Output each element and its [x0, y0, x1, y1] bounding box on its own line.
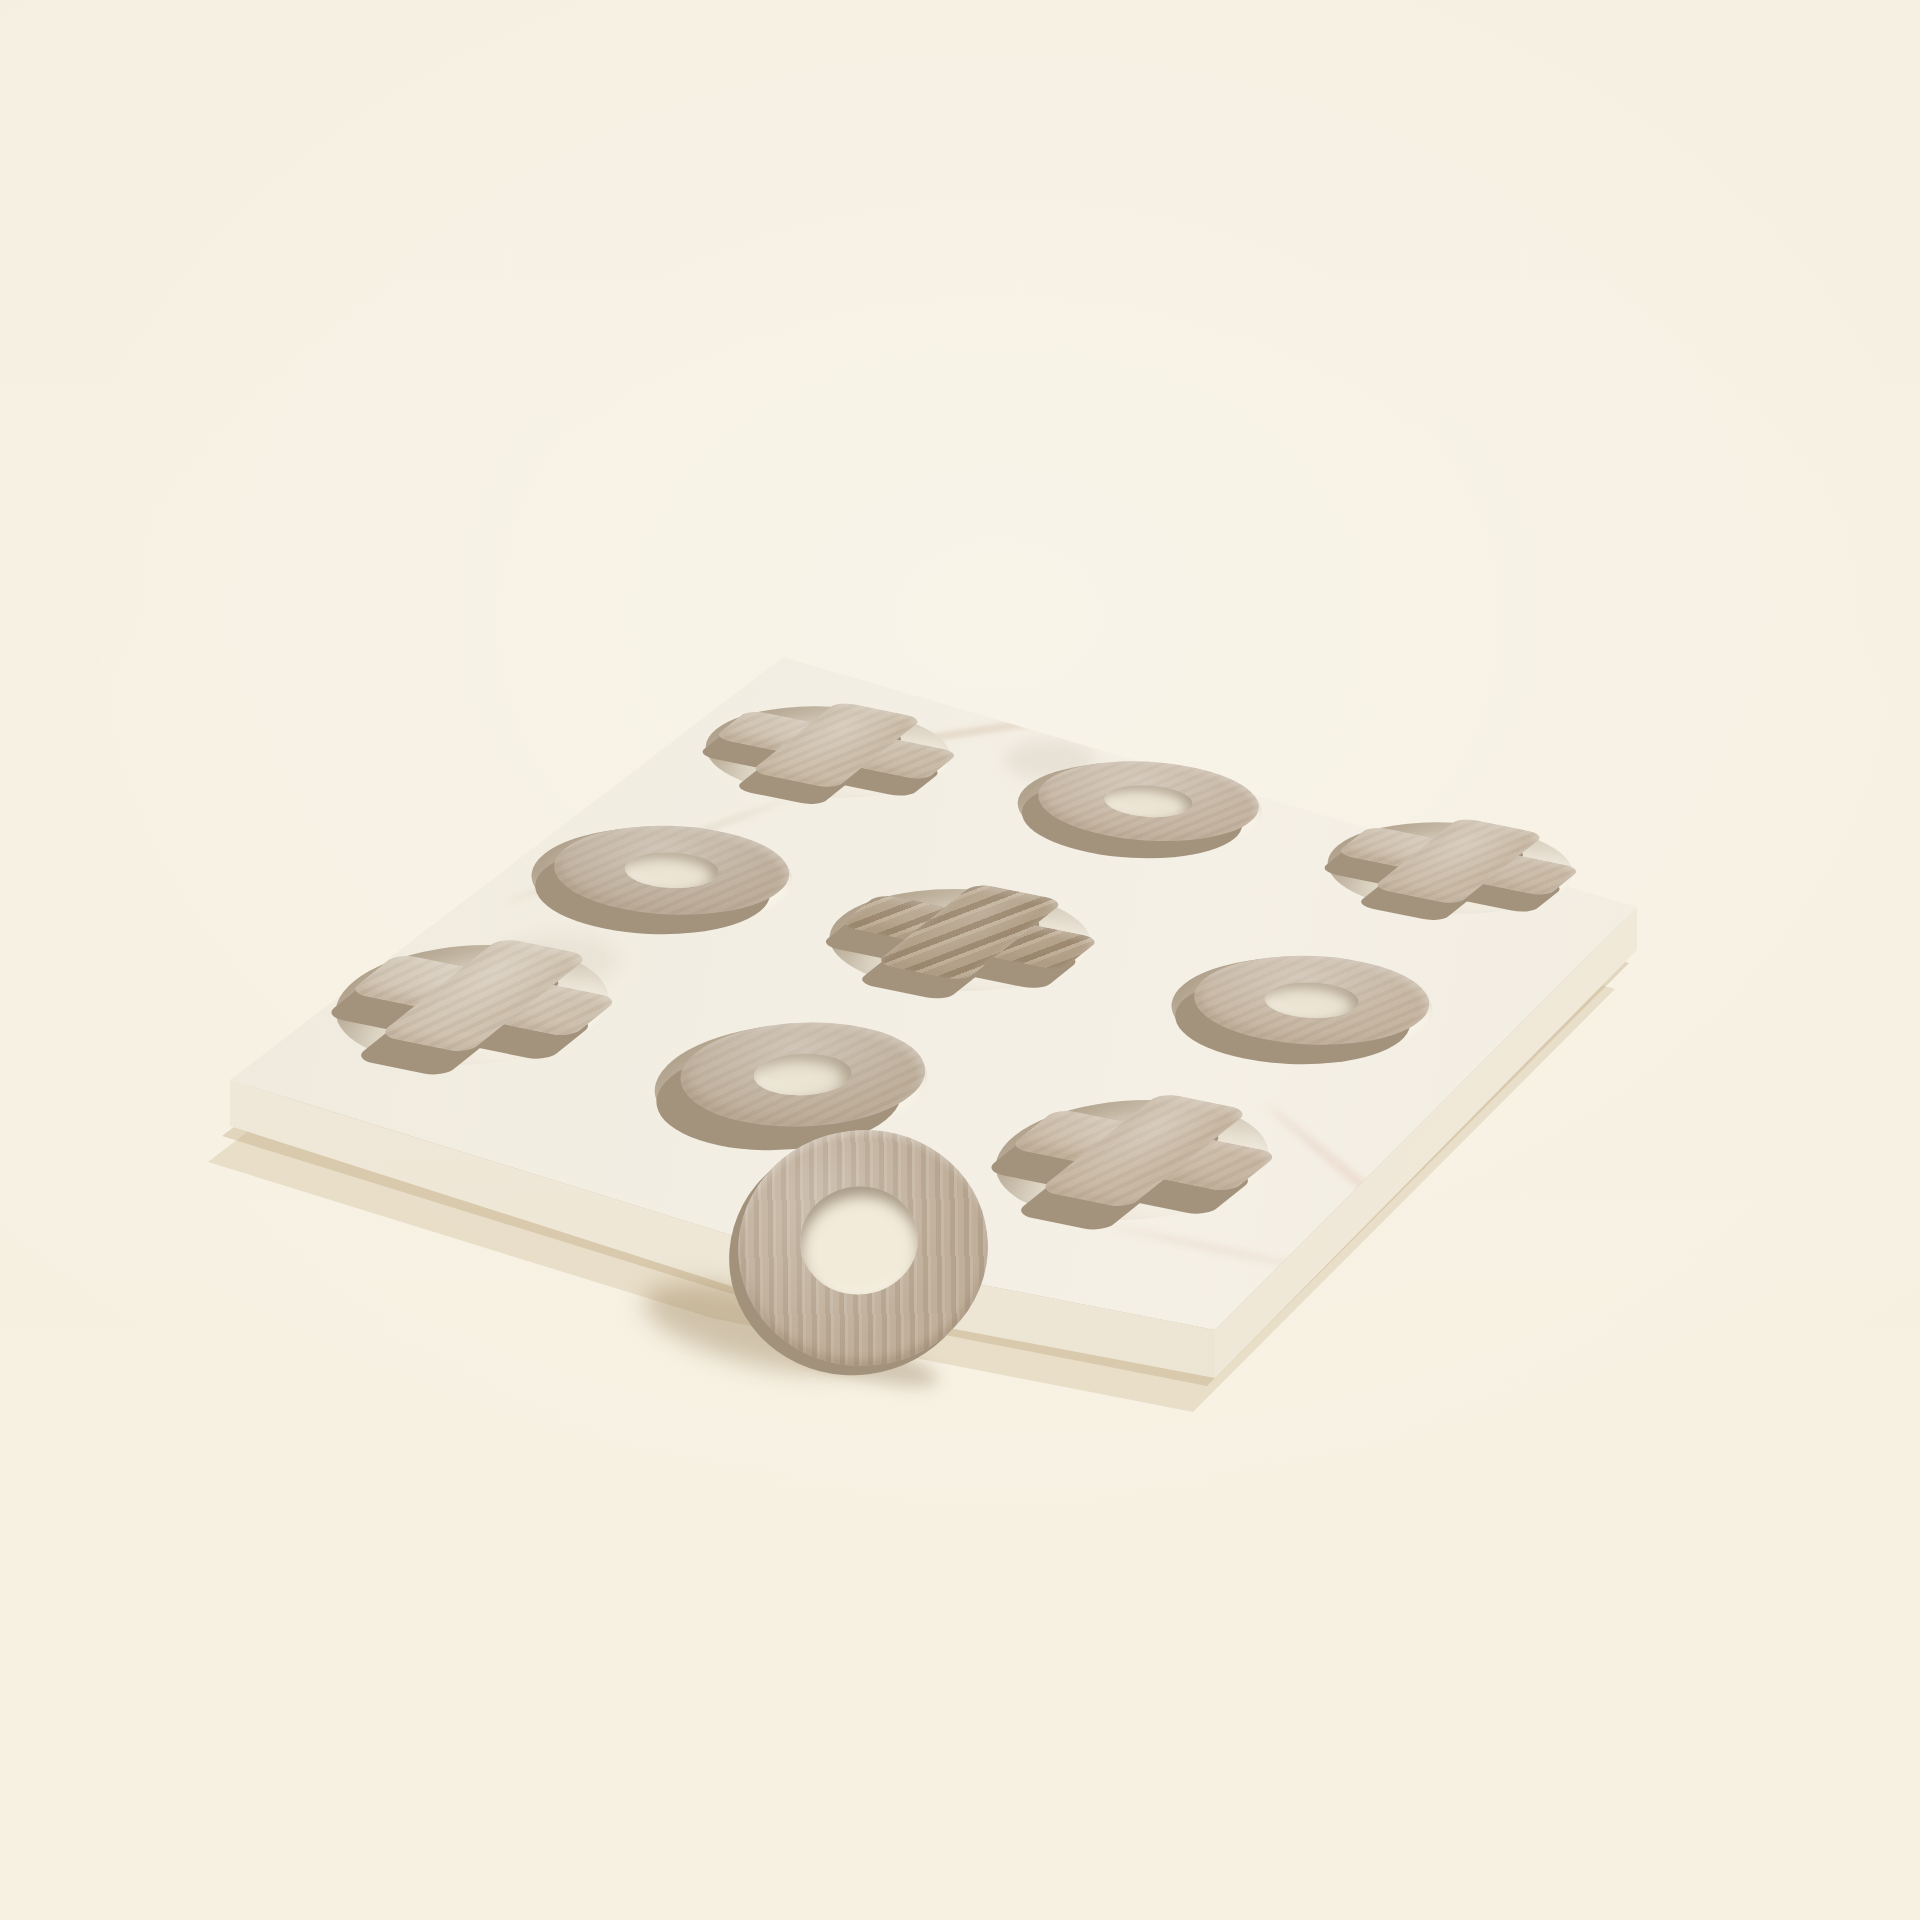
cell-r3c1[interactable]	[422, 955, 522, 1055]
product-photo-scene	[0, 0, 1920, 1920]
extra-o-piece[interactable]	[725, 1116, 1002, 1381]
cell-r3c3[interactable]	[1082, 1110, 1182, 1210]
cell-r2c3[interactable]	[1252, 958, 1352, 1058]
cell-r2c2[interactable]	[910, 890, 1010, 990]
cell-r1c3[interactable]	[1400, 818, 1500, 918]
cell-r3c2[interactable]	[741, 1034, 841, 1134]
cell-r1c1[interactable]	[778, 702, 878, 802]
cell-r1c2[interactable]	[1090, 758, 1190, 858]
cell-r2c1[interactable]	[612, 828, 712, 928]
marble-vein	[845, 619, 1134, 706]
